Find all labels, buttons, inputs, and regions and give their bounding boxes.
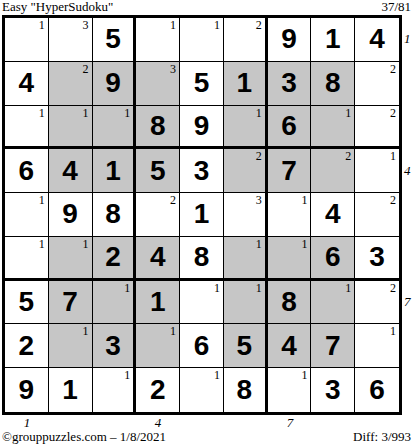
pencil-mark: 1 — [124, 107, 130, 119]
cell-r2c5[interactable]: 5 — [180, 62, 224, 106]
given-digit: 9 — [62, 200, 78, 228]
cell-r9c3[interactable]: 1 — [93, 368, 137, 412]
cell-r2c7[interactable]: 3 — [268, 62, 312, 106]
cell-r9c7[interactable]: 1 — [268, 368, 312, 412]
cell-r5c4[interactable]: 2 — [136, 193, 180, 237]
pencil-mark: 1 — [256, 282, 262, 294]
given-digit: 9 — [281, 25, 297, 53]
pencil-mark: 1 — [301, 194, 307, 206]
cell-r7c5[interactable]: 1 — [180, 281, 224, 325]
col-label-4: 4 — [136, 416, 180, 429]
cell-r6c5[interactable]: 8 — [180, 237, 224, 281]
given-digit: 9 — [105, 69, 121, 97]
cell-r4c9[interactable]: 1 — [355, 149, 399, 193]
cell-r8c4[interactable]: 1 — [136, 324, 180, 368]
pencil-mark: 1 — [214, 19, 220, 31]
pencil-mark: 1 — [83, 325, 89, 337]
given-digit: 1 — [105, 157, 121, 185]
given-digit: 3 — [194, 157, 210, 185]
cell-r1c5[interactable]: 1 — [180, 18, 224, 62]
cell-r8c3[interactable]: 3 — [93, 324, 137, 368]
cell-r1c2[interactable]: 3 — [49, 18, 93, 62]
cell-r3c7[interactable]: 6 — [268, 106, 312, 150]
given-digit: 8 — [325, 69, 341, 97]
cell-r8c7[interactable]: 4 — [268, 324, 312, 368]
given-digit: 5 — [150, 157, 166, 185]
pencil-mark: 3 — [83, 19, 89, 31]
given-digit: 1 — [150, 288, 166, 316]
cell-r5c9[interactable]: 2 — [355, 193, 399, 237]
given-digit: 1 — [62, 376, 78, 404]
cell-r1c1[interactable]: 1 — [5, 18, 49, 62]
cell-r8c2[interactable]: 1 — [49, 324, 93, 368]
cell-r7c7[interactable]: 8 — [268, 281, 312, 325]
cell-r5c7[interactable]: 1 — [268, 193, 312, 237]
cell-r1c3[interactable]: 5 — [93, 18, 137, 62]
cell-r9c1[interactable]: 9 — [5, 368, 49, 412]
pencil-mark: 1 — [124, 369, 130, 381]
given-digit: 4 — [62, 157, 78, 185]
cell-r9c2[interactable]: 1 — [49, 368, 93, 412]
cell-r8c1[interactable]: 2 — [5, 324, 49, 368]
given-digit: 8 — [150, 112, 166, 140]
given-digit: 5 — [19, 288, 35, 316]
given-digit: 3 — [369, 243, 385, 271]
given-digit: 9 — [194, 112, 210, 140]
given-digit: 7 — [281, 157, 297, 185]
given-digit: 3 — [325, 376, 341, 404]
cell-r2c4[interactable]: 3 — [136, 62, 180, 106]
cell-r8c8[interactable]: 7 — [311, 324, 355, 368]
pencil-mark: 1 — [256, 238, 262, 250]
cell-r3c3[interactable]: 1 — [93, 106, 137, 150]
cell-r5c1[interactable]: 1 — [5, 193, 49, 237]
cell-r5c6[interactable]: 3 — [224, 193, 268, 237]
pencil-mark: 1 — [301, 238, 307, 250]
cell-r3c9[interactable]: 2 — [355, 106, 399, 150]
pencil-mark: 1 — [39, 194, 45, 206]
pencil-mark: 1 — [83, 107, 89, 119]
cell-r7c9[interactable]: 2 — [355, 281, 399, 325]
pencil-mark: 1 — [256, 107, 262, 119]
cell-r3c1[interactable]: 1 — [5, 106, 49, 150]
given-digit: 9 — [19, 376, 35, 404]
cell-r6c1[interactable]: 1 — [5, 237, 49, 281]
pencil-mark: 1 — [390, 150, 396, 162]
given-digit: 4 — [19, 69, 35, 97]
pencil-mark: 2 — [345, 150, 351, 162]
pencil-mark: 2 — [256, 150, 262, 162]
cell-r2c8[interactable]: 8 — [311, 62, 355, 106]
cell-r6c8[interactable]: 6 — [311, 237, 355, 281]
pencil-mark: 2 — [390, 194, 396, 206]
pencil-mark: 2 — [170, 194, 176, 206]
cell-r6c2[interactable]: 1 — [49, 237, 93, 281]
cell-r5c2[interactable]: 9 — [49, 193, 93, 237]
cell-r4c8[interactable]: 2 — [311, 149, 355, 193]
cell-r6c4[interactable]: 4 — [136, 237, 180, 281]
pencil-mark: 1 — [39, 238, 45, 250]
row-label-7: 7 — [404, 295, 412, 308]
given-digit: 6 — [194, 332, 210, 360]
cell-r2c6[interactable]: 1 — [224, 62, 268, 106]
pencil-mark: 1 — [390, 325, 396, 337]
cell-r1c9[interactable]: 4 — [355, 18, 399, 62]
given-digit: 8 — [194, 243, 210, 271]
row-label-1: 1 — [404, 32, 412, 45]
given-digit: 3 — [105, 332, 121, 360]
puzzle-title: Easy "HyperSudoku" — [2, 0, 113, 15]
cell-r6c7[interactable]: 1 — [268, 237, 312, 281]
cell-r9c4[interactable]: 2 — [136, 368, 180, 412]
pencil-mark: 1 — [39, 19, 45, 31]
cell-r4c7[interactable]: 7 — [268, 149, 312, 193]
pencil-mark: 2 — [390, 107, 396, 119]
pencil-mark: 1 — [301, 369, 307, 381]
sudoku-board: 1351129144293513821118916126415327211982… — [2, 15, 402, 415]
cell-r3c5[interactable]: 9 — [180, 106, 224, 150]
given-digit: 4 — [150, 243, 166, 271]
given-digit: 6 — [19, 157, 35, 185]
given-digit: 6 — [369, 376, 385, 404]
cell-r5c5[interactable]: 1 — [180, 193, 224, 237]
cell-r8c9[interactable]: 1 — [355, 324, 399, 368]
cell-r6c9[interactable]: 3 — [355, 237, 399, 281]
given-digit: 4 — [281, 332, 297, 360]
cell-r9c8[interactable]: 3 — [311, 368, 355, 412]
given-digit: 8 — [281, 288, 297, 316]
given-digit: 5 — [236, 332, 252, 360]
given-digit: 1 — [325, 25, 341, 53]
cell-r4c5[interactable]: 3 — [180, 149, 224, 193]
pencil-mark: 1 — [214, 282, 220, 294]
col-label-1: 1 — [5, 416, 49, 429]
cell-r1c7[interactable]: 9 — [268, 18, 312, 62]
cell-r4c4[interactable]: 5 — [136, 149, 180, 193]
pencil-mark: 1 — [170, 19, 176, 31]
pencil-mark: 1 — [170, 325, 176, 337]
given-digit: 2 — [150, 376, 166, 404]
pencil-mark: 3 — [170, 63, 176, 75]
given-digit: 7 — [62, 288, 78, 316]
cell-r8c5[interactable]: 6 — [180, 324, 224, 368]
cell-r1c8[interactable]: 1 — [311, 18, 355, 62]
cell-r7c6[interactable]: 1 — [224, 281, 268, 325]
given-digit: 4 — [325, 200, 341, 228]
cell-r3c2[interactable]: 1 — [49, 106, 93, 150]
given-digit: 2 — [105, 243, 121, 271]
cell-r3c4[interactable]: 8 — [136, 106, 180, 150]
copyright-text: ©grouppuzzles.com – 1/8/2021 — [2, 429, 166, 445]
given-digit: 4 — [369, 25, 385, 53]
given-digit: 7 — [325, 332, 341, 360]
given-digit: 5 — [194, 69, 210, 97]
pencil-mark: 1 — [214, 369, 220, 381]
progress-counter: 37/81 — [381, 0, 411, 15]
cell-r9c6[interactable]: 8 — [224, 368, 268, 412]
cell-r7c2[interactable]: 7 — [49, 281, 93, 325]
cell-r6c3[interactable]: 2 — [93, 237, 137, 281]
pencil-mark: 1 — [39, 107, 45, 119]
row-label-4: 4 — [404, 164, 412, 177]
given-digit: 6 — [325, 243, 341, 271]
cell-r3c8[interactable]: 1 — [311, 106, 355, 150]
given-digit: 3 — [281, 69, 297, 97]
cell-r9c9[interactable]: 6 — [355, 368, 399, 412]
pencil-mark: 3 — [256, 194, 262, 206]
cell-r4c3[interactable]: 1 — [93, 149, 137, 193]
given-digit: 8 — [236, 376, 252, 404]
cell-r5c8[interactable]: 4 — [311, 193, 355, 237]
cell-r2c1[interactable]: 4 — [5, 62, 49, 106]
given-digit: 1 — [194, 200, 210, 228]
cell-r6c6[interactable]: 1 — [224, 237, 268, 281]
pencil-mark: 2 — [390, 282, 396, 294]
pencil-mark: 1 — [345, 282, 351, 294]
cell-r8c6[interactable]: 5 — [224, 324, 268, 368]
pencil-mark: 2 — [390, 63, 396, 75]
cell-r7c4[interactable]: 1 — [136, 281, 180, 325]
cell-r2c2[interactable]: 2 — [49, 62, 93, 106]
difficulty-text: Diff: 3/993 — [353, 429, 411, 445]
cell-r4c6[interactable]: 2 — [224, 149, 268, 193]
pencil-mark: 1 — [83, 238, 89, 250]
cell-r3c6[interactable]: 1 — [224, 106, 268, 150]
given-digit: 6 — [281, 112, 297, 140]
pencil-mark: 1 — [345, 107, 351, 119]
cell-r4c2[interactable]: 4 — [49, 149, 93, 193]
pencil-mark: 2 — [256, 19, 262, 31]
cell-r7c3[interactable]: 1 — [93, 281, 137, 325]
pencil-mark: 2 — [83, 63, 89, 75]
cell-r7c1[interactable]: 5 — [5, 281, 49, 325]
pencil-mark: 1 — [124, 282, 130, 294]
cell-r2c3[interactable]: 9 — [93, 62, 137, 106]
cell-r7c8[interactable]: 1 — [311, 281, 355, 325]
given-digit: 5 — [105, 25, 121, 53]
cell-r9c5[interactable]: 1 — [180, 368, 224, 412]
cell-r1c6[interactable]: 2 — [224, 18, 268, 62]
given-digit: 1 — [236, 69, 252, 97]
given-digit: 8 — [105, 200, 121, 228]
cell-r1c4[interactable]: 1 — [136, 18, 180, 62]
col-label-7: 7 — [268, 416, 312, 429]
cell-r2c9[interactable]: 2 — [355, 62, 399, 106]
cell-r5c3[interactable]: 8 — [93, 193, 137, 237]
cell-r4c1[interactable]: 6 — [5, 149, 49, 193]
given-digit: 2 — [19, 332, 35, 360]
